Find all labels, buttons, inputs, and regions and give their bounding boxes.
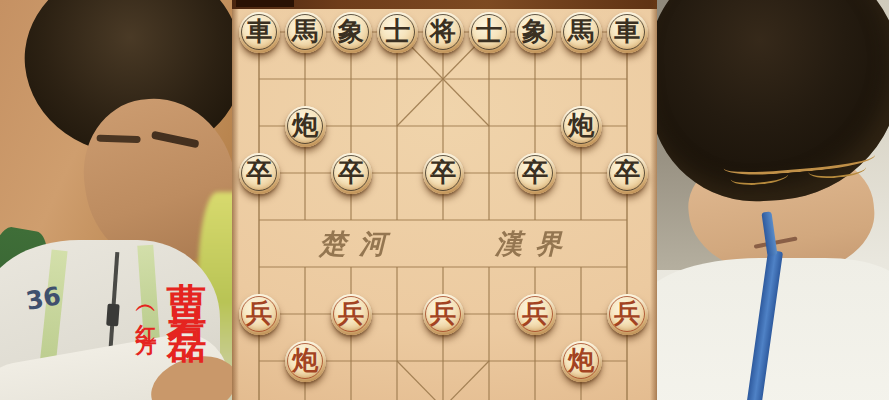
piece-black-advisor[interactable]: 士 bbox=[377, 12, 418, 53]
xiangqi-board[interactable]: 楚河 漢界 車馬象士将士象馬車炮炮卒卒卒卒卒兵兵兵兵兵炮炮車馬相仕帥仕相馬車 bbox=[232, 0, 657, 400]
piece-character: 卒 bbox=[522, 159, 548, 185]
piece-character: 兵 bbox=[246, 300, 272, 326]
piece-black-horse[interactable]: 馬 bbox=[285, 12, 326, 53]
piece-black-horse[interactable]: 馬 bbox=[561, 12, 602, 53]
piece-red-soldier[interactable]: 兵 bbox=[607, 294, 648, 335]
piece-red-soldier[interactable]: 兵 bbox=[515, 294, 556, 335]
piece-character: 車 bbox=[614, 18, 640, 44]
screenshot-root: 36 曹岩磊 （红方） 楚河 漢界 車馬象士将士象馬車炮炮卒卒卒卒卒兵兵兵兵兵炮… bbox=[0, 0, 889, 400]
board-grid-lines bbox=[232, 0, 657, 400]
river-label-right: 漢界 bbox=[495, 226, 575, 262]
piece-character: 将 bbox=[430, 18, 456, 44]
piece-character: 士 bbox=[476, 18, 502, 44]
piece-character: 卒 bbox=[246, 159, 272, 185]
red-side-label: （红方） bbox=[136, 298, 157, 334]
piece-character: 卒 bbox=[338, 159, 364, 185]
piece-character: 兵 bbox=[430, 300, 456, 326]
piece-character: 炮 bbox=[568, 112, 594, 138]
piece-character: 兵 bbox=[338, 300, 364, 326]
piece-black-chariot[interactable]: 車 bbox=[607, 12, 648, 53]
piece-black-cannon[interactable]: 炮 bbox=[561, 106, 602, 147]
red-player-name-label: 曹岩磊 bbox=[167, 250, 207, 313]
piece-character: 兵 bbox=[522, 300, 548, 326]
piece-character: 象 bbox=[338, 18, 364, 44]
piece-character: 兵 bbox=[614, 300, 640, 326]
piece-black-elephant[interactable]: 象 bbox=[515, 12, 556, 53]
river-label-left: 楚河 bbox=[319, 226, 399, 262]
piece-character: 車 bbox=[246, 18, 272, 44]
piece-red-soldier[interactable]: 兵 bbox=[331, 294, 372, 335]
piece-character: 馬 bbox=[568, 18, 594, 44]
right-player-photo: 孙勇征 （黑方） bbox=[657, 0, 889, 400]
piece-character: 卒 bbox=[430, 159, 456, 185]
piece-black-soldier[interactable]: 卒 bbox=[239, 153, 280, 194]
piece-character: 象 bbox=[522, 18, 548, 44]
piece-character: 卒 bbox=[614, 159, 640, 185]
left-player-photo: 36 曹岩磊 （红方） bbox=[0, 0, 232, 400]
piece-black-soldier[interactable]: 卒 bbox=[515, 153, 556, 194]
piece-character: 炮 bbox=[292, 347, 318, 373]
piece-black-soldier[interactable]: 卒 bbox=[423, 153, 464, 194]
piece-red-cannon[interactable]: 炮 bbox=[561, 341, 602, 382]
piece-black-general[interactable]: 将 bbox=[423, 12, 464, 53]
piece-character: 炮 bbox=[568, 347, 594, 373]
piece-red-soldier[interactable]: 兵 bbox=[239, 294, 280, 335]
piece-character: 炮 bbox=[292, 112, 318, 138]
piece-black-soldier[interactable]: 卒 bbox=[607, 153, 648, 194]
piece-black-cannon[interactable]: 炮 bbox=[285, 106, 326, 147]
jacket-number: 36 bbox=[24, 281, 63, 316]
piece-red-soldier[interactable]: 兵 bbox=[423, 294, 464, 335]
piece-character: 馬 bbox=[292, 18, 318, 44]
piece-black-chariot[interactable]: 車 bbox=[239, 12, 280, 53]
piece-character: 士 bbox=[384, 18, 410, 44]
piece-black-soldier[interactable]: 卒 bbox=[331, 153, 372, 194]
piece-red-cannon[interactable]: 炮 bbox=[285, 341, 326, 382]
piece-black-elephant[interactable]: 象 bbox=[331, 12, 372, 53]
piece-black-advisor[interactable]: 士 bbox=[469, 12, 510, 53]
